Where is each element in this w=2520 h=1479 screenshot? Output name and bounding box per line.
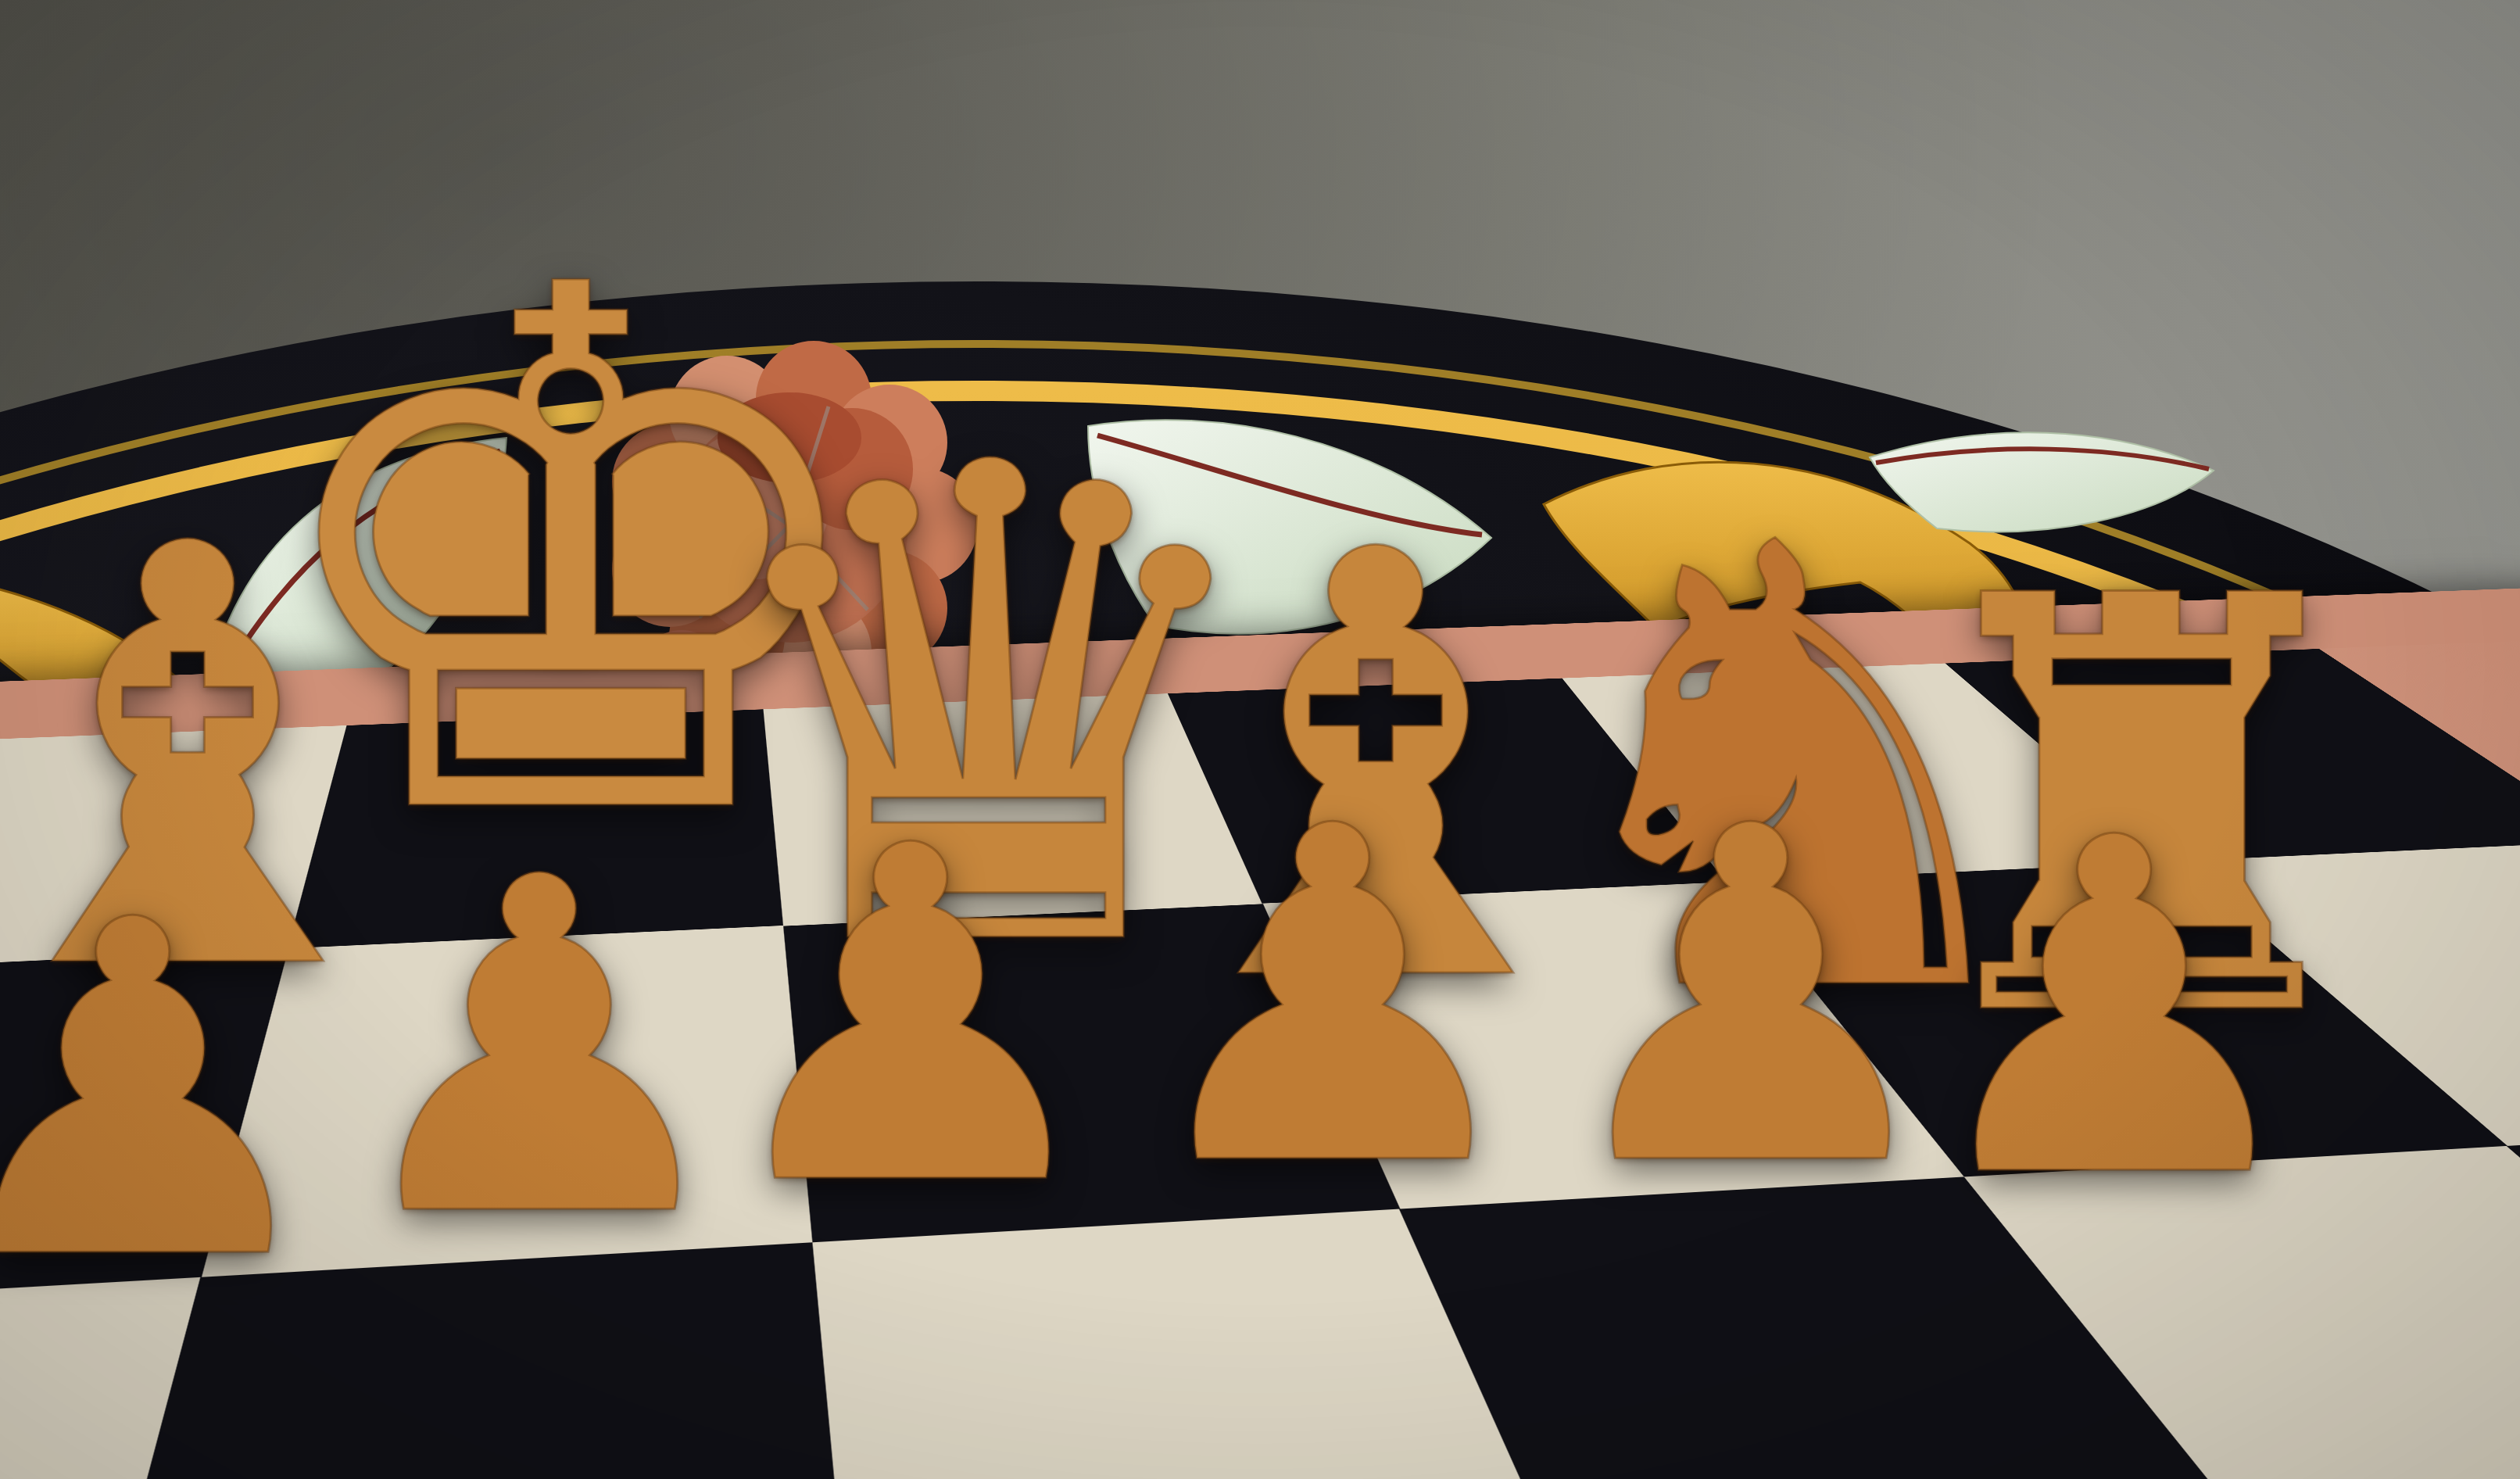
chess-table-photo: ♝ ♚ ♛ ♝ ♞ ♜ ♟ ♟ ♟ ♟ ♟ ♟ [0, 0, 2520, 1479]
